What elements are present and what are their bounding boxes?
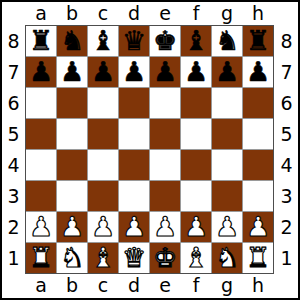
square-f7[interactable]: ♟ bbox=[181, 57, 211, 87]
square-d1[interactable]: ♛ bbox=[119, 243, 149, 273]
square-a3[interactable] bbox=[26, 181, 56, 211]
square-b3[interactable] bbox=[57, 181, 87, 211]
square-b8[interactable]: ♞ bbox=[57, 26, 87, 56]
piece-white-knight: ♞ bbox=[215, 243, 239, 273]
piece-white-pawn: ♟ bbox=[184, 212, 208, 242]
square-c8[interactable]: ♝ bbox=[88, 26, 118, 56]
square-e3[interactable] bbox=[150, 181, 180, 211]
piece-black-pawn: ♟ bbox=[60, 57, 84, 87]
square-c6[interactable] bbox=[88, 88, 118, 118]
piece-black-knight: ♞ bbox=[60, 26, 84, 56]
square-h4[interactable] bbox=[243, 150, 273, 180]
square-b2[interactable]: ♟ bbox=[57, 212, 87, 242]
square-c7[interactable]: ♟ bbox=[88, 57, 118, 87]
rank-label-5: 5 bbox=[3, 119, 24, 149]
piece-black-bishop: ♝ bbox=[184, 26, 208, 56]
piece-black-pawn: ♟ bbox=[122, 57, 146, 87]
file-label-h: h bbox=[243, 275, 273, 296]
square-h8[interactable]: ♜ bbox=[243, 26, 273, 56]
square-d7[interactable]: ♟ bbox=[119, 57, 149, 87]
square-h7[interactable]: ♟ bbox=[243, 57, 273, 87]
file-labels-bottom: abcdefgh bbox=[26, 275, 273, 296]
square-g5[interactable] bbox=[212, 119, 242, 149]
piece-black-pawn: ♟ bbox=[215, 57, 239, 87]
square-d3[interactable] bbox=[119, 181, 149, 211]
rank-label-7: 7 bbox=[3, 57, 24, 87]
square-d2[interactable]: ♟ bbox=[119, 212, 149, 242]
square-f5[interactable] bbox=[181, 119, 211, 149]
rank-label-8: 8 bbox=[3, 26, 24, 56]
file-label-b: b bbox=[57, 275, 87, 296]
square-e6[interactable] bbox=[150, 88, 180, 118]
file-label-a: a bbox=[26, 3, 56, 24]
piece-white-king: ♚ bbox=[153, 243, 177, 273]
square-g3[interactable] bbox=[212, 181, 242, 211]
square-b5[interactable] bbox=[57, 119, 87, 149]
piece-black-rook: ♜ bbox=[29, 26, 53, 56]
file-label-d: d bbox=[119, 275, 149, 296]
square-a8[interactable]: ♜ bbox=[26, 26, 56, 56]
rank-label-8: 8 bbox=[276, 26, 297, 56]
file-label-d: d bbox=[119, 3, 149, 24]
file-label-a: a bbox=[26, 275, 56, 296]
square-e8[interactable]: ♚ bbox=[150, 26, 180, 56]
piece-black-queen: ♛ bbox=[122, 26, 146, 56]
square-g7[interactable]: ♟ bbox=[212, 57, 242, 87]
piece-black-bishop: ♝ bbox=[91, 26, 115, 56]
piece-white-pawn: ♟ bbox=[91, 212, 115, 242]
rank-label-5: 5 bbox=[276, 119, 297, 149]
rank-label-3: 3 bbox=[3, 181, 24, 211]
square-g2[interactable]: ♟ bbox=[212, 212, 242, 242]
square-g6[interactable] bbox=[212, 88, 242, 118]
file-label-c: c bbox=[88, 3, 118, 24]
square-b4[interactable] bbox=[57, 150, 87, 180]
piece-black-pawn: ♟ bbox=[153, 57, 177, 87]
square-e7[interactable]: ♟ bbox=[150, 57, 180, 87]
square-h6[interactable] bbox=[243, 88, 273, 118]
rank-label-2: 2 bbox=[276, 212, 297, 242]
square-a5[interactable] bbox=[26, 119, 56, 149]
square-f2[interactable]: ♟ bbox=[181, 212, 211, 242]
piece-black-knight: ♞ bbox=[215, 26, 239, 56]
file-label-e: e bbox=[150, 3, 180, 24]
square-c3[interactable] bbox=[88, 181, 118, 211]
piece-white-pawn: ♟ bbox=[122, 212, 146, 242]
file-label-f: f bbox=[181, 3, 211, 24]
file-label-g: g bbox=[212, 275, 242, 296]
square-a6[interactable] bbox=[26, 88, 56, 118]
square-f1[interactable]: ♝ bbox=[181, 243, 211, 273]
rank-label-6: 6 bbox=[3, 88, 24, 118]
rank-label-6: 6 bbox=[276, 88, 297, 118]
piece-white-rook: ♜ bbox=[29, 243, 53, 273]
square-b6[interactable] bbox=[57, 88, 87, 118]
rank-label-1: 1 bbox=[276, 243, 297, 273]
piece-white-bishop: ♝ bbox=[91, 243, 115, 273]
piece-white-pawn: ♟ bbox=[60, 212, 84, 242]
piece-white-knight: ♞ bbox=[60, 243, 84, 273]
square-h5[interactable] bbox=[243, 119, 273, 149]
piece-white-bishop: ♝ bbox=[184, 243, 208, 273]
piece-white-queen: ♛ bbox=[122, 243, 146, 273]
rank-label-2: 2 bbox=[3, 212, 24, 242]
file-label-g: g bbox=[212, 3, 242, 24]
square-g4[interactable] bbox=[212, 150, 242, 180]
square-h1[interactable]: ♜ bbox=[243, 243, 273, 273]
piece-black-pawn: ♟ bbox=[29, 57, 53, 87]
square-d5[interactable] bbox=[119, 119, 149, 149]
piece-white-pawn: ♟ bbox=[153, 212, 177, 242]
square-f8[interactable]: ♝ bbox=[181, 26, 211, 56]
square-d4[interactable] bbox=[119, 150, 149, 180]
square-a7[interactable]: ♟ bbox=[26, 57, 56, 87]
rank-label-4: 4 bbox=[276, 150, 297, 180]
rank-label-4: 4 bbox=[3, 150, 24, 180]
square-e5[interactable] bbox=[150, 119, 180, 149]
square-e2[interactable]: ♟ bbox=[150, 212, 180, 242]
square-e4[interactable] bbox=[150, 150, 180, 180]
square-a2[interactable]: ♟ bbox=[26, 212, 56, 242]
square-h2[interactable]: ♟ bbox=[243, 212, 273, 242]
file-label-c: c bbox=[88, 275, 118, 296]
square-c2[interactable]: ♟ bbox=[88, 212, 118, 242]
piece-white-pawn: ♟ bbox=[29, 212, 53, 242]
piece-black-king: ♚ bbox=[153, 26, 177, 56]
square-e1[interactable]: ♚ bbox=[150, 243, 180, 273]
square-c4[interactable] bbox=[88, 150, 118, 180]
square-f4[interactable] bbox=[181, 150, 211, 180]
piece-black-pawn: ♟ bbox=[91, 57, 115, 87]
square-h3[interactable] bbox=[243, 181, 273, 211]
file-labels-top: abcdefgh bbox=[26, 3, 273, 24]
rank-label-1: 1 bbox=[3, 243, 24, 273]
chess-board: ♜♞♝♛♚♝♞♜♟♟♟♟♟♟♟♟♟♟♟♟♟♟♟♟♜♞♝♛♚♝♞♜ bbox=[25, 25, 274, 274]
square-c1[interactable]: ♝ bbox=[88, 243, 118, 273]
rank-label-7: 7 bbox=[276, 57, 297, 87]
square-a4[interactable] bbox=[26, 150, 56, 180]
piece-white-rook: ♜ bbox=[246, 243, 270, 273]
square-g8[interactable]: ♞ bbox=[212, 26, 242, 56]
file-label-e: e bbox=[150, 275, 180, 296]
rank-label-3: 3 bbox=[276, 181, 297, 211]
file-label-h: h bbox=[243, 3, 273, 24]
piece-black-pawn: ♟ bbox=[246, 57, 270, 87]
square-b7[interactable]: ♟ bbox=[57, 57, 87, 87]
square-f3[interactable] bbox=[181, 181, 211, 211]
square-f6[interactable] bbox=[181, 88, 211, 118]
piece-white-pawn: ♟ bbox=[246, 212, 270, 242]
piece-white-pawn: ♟ bbox=[215, 212, 239, 242]
piece-black-rook: ♜ bbox=[246, 26, 270, 56]
square-d6[interactable] bbox=[119, 88, 149, 118]
square-c5[interactable] bbox=[88, 119, 118, 149]
file-label-f: f bbox=[181, 275, 211, 296]
square-a1[interactable]: ♜ bbox=[26, 243, 56, 273]
chess-diagram: abcdefgh 87654321 ♜♞♝♛♚♝♞♜♟♟♟♟♟♟♟♟♟♟♟♟♟♟… bbox=[0, 0, 300, 300]
rank-labels-right: 87654321 bbox=[276, 26, 297, 273]
square-g1[interactable]: ♞ bbox=[212, 243, 242, 273]
piece-black-pawn: ♟ bbox=[184, 57, 208, 87]
square-b1[interactable]: ♞ bbox=[57, 243, 87, 273]
rank-labels-left: 87654321 bbox=[3, 26, 24, 273]
square-d8[interactable]: ♛ bbox=[119, 26, 149, 56]
file-label-b: b bbox=[57, 3, 87, 24]
